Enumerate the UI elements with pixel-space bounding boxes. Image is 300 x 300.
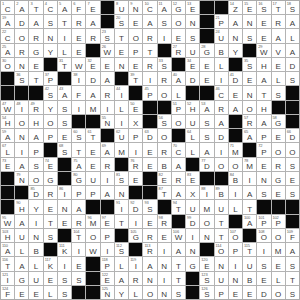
cell-r7c18[interactable]: N (243, 86, 256, 99)
cell-r19c9[interactable]: L (115, 257, 128, 270)
cell-r17c20[interactable]: O (272, 229, 285, 242)
cell-r14c8[interactable]: A (101, 186, 114, 199)
cell-r21c16[interactable]: P (215, 286, 228, 299)
cell-r1c5[interactable]: 5A (58, 1, 71, 14)
cell-r19c16[interactable]: N (215, 257, 228, 270)
cell-r9c14[interactable]: U (186, 115, 199, 128)
cell-r19c18[interactable]: U (243, 257, 256, 270)
cell-r9c3[interactable]: H (29, 115, 42, 128)
cell-r16c11[interactable]: E (143, 215, 156, 228)
cell-r11c20[interactable]: O (272, 143, 285, 156)
cell-r19c8[interactable]: 118P (101, 257, 114, 270)
cell-r18c20[interactable]: M (272, 243, 285, 256)
cell-r15c15[interactable]: M (200, 200, 213, 213)
cell-r5c19[interactable]: H (257, 58, 270, 71)
cell-r12c16[interactable]: O (215, 158, 228, 171)
cell-r2c21[interactable]: A (286, 15, 299, 28)
cell-r6c15[interactable]: E (200, 72, 213, 85)
cell-r9c19[interactable]: A (257, 115, 270, 128)
cell-r12c8[interactable]: R (101, 158, 114, 171)
cell-r19c15[interactable]: 120E (200, 257, 213, 270)
cell-r8c13[interactable]: 51P (172, 101, 185, 114)
cell-r14c16[interactable]: 89B (215, 186, 228, 199)
cell-r2c18[interactable]: N (243, 15, 256, 28)
cell-r20c4[interactable]: E (44, 272, 57, 285)
cell-r17c8[interactable]: P (101, 229, 114, 242)
cell-r3c17[interactable]: N (229, 29, 242, 42)
cell-r5c12[interactable]: 33S (158, 58, 171, 71)
cell-r15c2[interactable]: 90H (15, 200, 28, 213)
cell-r2c2[interactable]: D (15, 15, 28, 28)
cell-r16c3[interactable]: I (29, 215, 42, 228)
cell-r21c5[interactable]: S (58, 286, 71, 299)
cell-r9c5[interactable]: S (58, 115, 71, 128)
cell-r6c20[interactable]: L (272, 72, 285, 85)
cell-r6c7[interactable]: D (86, 72, 99, 85)
cell-r4c2[interactable]: R (15, 44, 28, 57)
cell-r10c20[interactable]: E (272, 129, 285, 142)
cell-r14c21[interactable]: S (286, 186, 299, 199)
cell-r14c15[interactable]: 88I (200, 186, 213, 199)
cell-r19c21[interactable]: S (286, 257, 299, 270)
cell-r5c9[interactable]: N (115, 58, 128, 71)
cell-r9c4[interactable]: O (44, 115, 57, 128)
cell-r19c6[interactable]: E (72, 257, 85, 270)
cell-r20c1[interactable]: 121I (1, 272, 14, 285)
cell-r14c18[interactable]: A (243, 186, 256, 199)
cell-r7c17[interactable]: E (229, 86, 242, 99)
cell-r11c14[interactable]: L (186, 143, 199, 156)
cell-r3c20[interactable]: A (272, 29, 285, 42)
cell-r20c5[interactable]: S (58, 272, 71, 285)
cell-r5c20[interactable]: E (272, 58, 285, 71)
cell-r11c2[interactable]: I (15, 143, 28, 156)
cell-r5c6[interactable]: W (72, 58, 85, 71)
cell-r2c5[interactable]: T (58, 15, 71, 28)
cell-r21c8[interactable]: 125N (101, 286, 114, 299)
cell-r9c12[interactable]: 56S (158, 115, 171, 128)
cell-r2c12[interactable]: S (158, 15, 171, 28)
cell-r10c19[interactable]: P (257, 129, 270, 142)
cell-r14c6[interactable]: P (72, 186, 85, 199)
cell-r19c3[interactable]: L (29, 257, 42, 270)
cell-r10c3[interactable]: A (29, 129, 42, 142)
cell-r12c2[interactable]: A (15, 158, 28, 171)
cell-r9c18[interactable]: 57R (243, 115, 256, 128)
cell-r5c3[interactable]: E (29, 58, 42, 71)
cell-r18c7[interactable]: W (86, 243, 99, 256)
cell-r3c9[interactable]: T (115, 29, 128, 42)
cell-r2c13[interactable]: O (172, 15, 185, 28)
cell-r16c12[interactable]: 98R (158, 215, 171, 228)
cell-r2c9[interactable]: 20S (115, 15, 128, 28)
cell-r16c8[interactable]: 97E (101, 215, 114, 228)
cell-r21c15[interactable]: 126S (200, 286, 213, 299)
cell-r1c11[interactable]: 10C (143, 1, 156, 14)
cell-r20c8[interactable]: 122E (101, 272, 114, 285)
cell-r10c21[interactable]: 66D (286, 129, 299, 142)
cell-r17c10[interactable]: 105G (129, 229, 142, 242)
cell-r3c11[interactable]: R (143, 29, 156, 42)
cell-r13c7[interactable]: U (86, 172, 99, 185)
cell-r3c14[interactable]: S (186, 29, 199, 42)
cell-r10c9[interactable]: 62U (115, 129, 128, 142)
cell-r8c4[interactable]: Y (44, 101, 57, 114)
cell-r4c10[interactable]: P (129, 44, 142, 57)
cell-r13c13[interactable]: R (172, 172, 185, 185)
cell-r17c12[interactable]: E (158, 229, 171, 242)
cell-r8c5[interactable]: S (58, 101, 71, 114)
cell-r1c3[interactable]: 3T (29, 1, 42, 14)
cell-r21c12[interactable]: N (158, 286, 171, 299)
cell-r10c6[interactable]: 60S (72, 129, 85, 142)
cell-r17c19[interactable]: 108O (257, 229, 270, 242)
cell-r14c13[interactable]: A (172, 186, 185, 199)
cell-r12c11[interactable]: E (143, 158, 156, 171)
cell-r2c10[interactable]: E (129, 15, 142, 28)
cell-r6c10[interactable]: 39T (129, 72, 142, 85)
cell-r2c3[interactable]: A (29, 15, 42, 28)
cell-r18c8[interactable]: I (101, 243, 114, 256)
cell-r16c16[interactable]: T (215, 215, 228, 228)
cell-r10c14[interactable]: 64L (186, 129, 199, 142)
cell-r19c2[interactable]: A (15, 257, 28, 270)
cell-r21c18[interactable]: E (243, 286, 256, 299)
cell-r4c8[interactable]: 26W (101, 44, 114, 57)
cell-r13c2[interactable]: 79N (15, 172, 28, 185)
cell-r15c4[interactable]: E (44, 200, 57, 213)
cell-r20c21[interactable]: T (286, 272, 299, 285)
cell-r10c16[interactable]: D (215, 129, 228, 142)
cell-r18c14[interactable]: N (186, 243, 199, 256)
cell-r8c15[interactable]: 53A (200, 101, 213, 114)
cell-r21c3[interactable]: E (29, 286, 42, 299)
cell-r4c17[interactable]: Y (229, 44, 242, 57)
cell-r4c15[interactable]: 28G (200, 44, 213, 57)
cell-r13c17[interactable]: 84B (229, 172, 242, 185)
cell-r3c1[interactable]: 22C (1, 29, 14, 42)
cell-r20c20[interactable]: L (272, 272, 285, 285)
cell-r4c4[interactable]: Y (44, 44, 57, 57)
cell-r16c20[interactable]: 102P (272, 215, 285, 228)
cell-r14c17[interactable]: I (229, 186, 242, 199)
cell-r7c9[interactable]: 44I (115, 86, 128, 99)
cell-r3c2[interactable]: O (15, 29, 28, 42)
cell-r5c15[interactable]: E (200, 58, 213, 71)
cell-r13c3[interactable]: O (29, 172, 42, 185)
cell-r13c18[interactable]: I (243, 172, 256, 185)
cell-r20c16[interactable]: U (215, 272, 228, 285)
cell-r12c18[interactable]: 78M (243, 158, 256, 171)
cell-r18c2[interactable]: L (15, 243, 28, 256)
cell-r11c7[interactable]: E (86, 143, 99, 156)
cell-r4c21[interactable]: A (286, 44, 299, 57)
cell-r14c19[interactable]: S (257, 186, 270, 199)
cell-r21c4[interactable]: L (44, 286, 57, 299)
cell-r1c1[interactable]: 1C (1, 1, 14, 14)
cell-r3c19[interactable]: E (257, 29, 270, 42)
cell-r4c13[interactable]: 27R (172, 44, 185, 57)
cell-r2c6[interactable]: R (72, 15, 85, 28)
cell-r3c5[interactable]: I (58, 29, 71, 42)
cell-r3c16[interactable]: 24U (215, 29, 228, 42)
cell-r15c18[interactable]: T (243, 200, 256, 213)
cell-r11c19[interactable]: 72P (257, 143, 270, 156)
cell-r1c14[interactable]: 13E (186, 1, 199, 14)
cell-r11c3[interactable]: P (29, 143, 42, 156)
cell-r17c7[interactable]: O (86, 229, 99, 242)
cell-r20c13[interactable]: T (172, 272, 185, 285)
cell-r12c4[interactable]: 74E (44, 158, 57, 171)
cell-r7c7[interactable]: A (86, 86, 99, 99)
cell-r6c6[interactable]: 38I (72, 72, 85, 85)
cell-r20c11[interactable]: N (143, 272, 156, 285)
cell-r11c17[interactable]: 71M (229, 143, 242, 156)
cell-r14c5[interactable]: 86I (58, 186, 71, 199)
cell-r1c4[interactable]: 4C (44, 1, 57, 14)
cell-r11c10[interactable]: I (129, 143, 142, 156)
cell-r4c6[interactable]: E (72, 44, 85, 57)
cell-r17c2[interactable]: U (15, 229, 28, 242)
cell-r11c15[interactable]: A (200, 143, 213, 156)
cell-r14c4[interactable]: R (44, 186, 57, 199)
cell-r15c14[interactable]: U (186, 200, 199, 213)
cell-r11c16[interactable]: I (215, 143, 228, 156)
cell-r17c15[interactable]: N (200, 229, 213, 242)
cell-r16c1[interactable]: 95W (1, 215, 14, 228)
cell-r11c1[interactable]: 67L (1, 143, 14, 156)
cell-r18c12[interactable]: I (158, 243, 171, 256)
cell-r19c4[interactable]: 117K (44, 257, 57, 270)
cell-r17c11[interactable]: R (143, 229, 156, 242)
cell-r16c2[interactable]: A (15, 215, 28, 228)
cell-r15c3[interactable]: Y (29, 200, 42, 213)
cell-r19c19[interactable]: S (257, 257, 270, 270)
cell-r8c2[interactable]: 48I (15, 101, 28, 114)
cell-r7c13[interactable]: L (172, 86, 185, 99)
cell-r18c6[interactable]: I (72, 243, 85, 256)
cell-r20c6[interactable]: S (72, 272, 85, 285)
cell-r13c6[interactable]: 80G (72, 172, 85, 185)
cell-r9c13[interactable]: O (172, 115, 185, 128)
cell-r12c6[interactable]: 75A (72, 158, 85, 171)
cell-r18c19[interactable]: I (257, 243, 270, 256)
cell-r21c2[interactable]: E (15, 286, 28, 299)
cell-r7c11[interactable]: 45P (143, 86, 156, 99)
cell-r8c7[interactable]: M (86, 101, 99, 114)
cell-r14c7[interactable]: P (86, 186, 99, 199)
cell-r5c1[interactable]: 30O (1, 58, 14, 71)
cell-r10c1[interactable]: 59A (1, 129, 14, 142)
cell-r18c13[interactable]: A (172, 243, 185, 256)
cell-r15c6[interactable]: A (72, 200, 85, 213)
cell-r13c8[interactable]: I (101, 172, 114, 185)
cell-r19c5[interactable]: I (58, 257, 71, 270)
cell-r12c20[interactable]: R (272, 158, 285, 171)
cell-r16c10[interactable]: I (129, 215, 142, 228)
cell-r8c10[interactable]: 50E (129, 101, 142, 114)
cell-r20c15[interactable]: 123S (200, 272, 213, 285)
cell-r8c17[interactable]: A (229, 101, 242, 114)
cell-r10c11[interactable]: 63D (143, 129, 156, 142)
cell-r6c8[interactable]: A (101, 72, 114, 85)
cell-r8c18[interactable]: O (243, 101, 256, 114)
cell-r21c11[interactable]: O (143, 286, 156, 299)
cell-r19c1[interactable]: 116T (1, 257, 14, 270)
cell-r13c21[interactable]: E (286, 172, 299, 185)
cell-r2c1[interactable]: 19A (1, 15, 14, 28)
cell-r13c9[interactable]: 81S (115, 172, 128, 185)
cell-r21c9[interactable]: Y (115, 286, 128, 299)
cell-r12c17[interactable]: O (229, 158, 242, 171)
cell-r5c21[interactable]: D (286, 58, 299, 71)
cell-r11c5[interactable]: 68S (58, 143, 71, 156)
cell-r1c19[interactable]: 16S (257, 1, 270, 14)
cell-r11c13[interactable]: 70C (172, 143, 185, 156)
cell-r17c17[interactable]: 107O (229, 229, 242, 242)
cell-r4c16[interactable]: B (215, 44, 228, 57)
cell-r5c18[interactable]: 35S (243, 58, 256, 71)
cell-r18c1[interactable]: 110A (1, 243, 14, 256)
cell-r8c1[interactable]: 47W (1, 101, 14, 114)
cell-r20c19[interactable]: E (257, 272, 270, 285)
cell-r6c16[interactable]: I (215, 72, 228, 85)
cell-r9c8[interactable]: 55N (101, 115, 114, 128)
cell-r1c20[interactable]: 17T (272, 1, 285, 14)
cell-r5c8[interactable]: E (101, 58, 114, 71)
cell-r8c9[interactable]: L (115, 101, 128, 114)
cell-r10c2[interactable]: N (15, 129, 28, 142)
cell-r11c11[interactable]: E (143, 143, 156, 156)
cell-r12c19[interactable]: E (257, 158, 270, 171)
cell-r10c7[interactable]: 61T (86, 129, 99, 142)
cell-r2c19[interactable]: E (257, 15, 270, 28)
cell-r17c13[interactable]: 106W (172, 229, 185, 242)
cell-r4c5[interactable]: L (58, 44, 71, 57)
cell-r5c5[interactable]: 31T (58, 58, 71, 71)
cell-r11c6[interactable]: T (72, 143, 85, 156)
cell-r1c17[interactable]: 14Z (229, 1, 242, 14)
cell-r14c14[interactable]: X (186, 186, 199, 199)
cell-r1c10[interactable]: 9N (129, 1, 142, 14)
cell-r9c20[interactable]: 58G (272, 115, 285, 128)
cell-r17c4[interactable]: S (44, 229, 57, 242)
cell-r2c7[interactable]: A (86, 15, 99, 28)
cell-r17c14[interactable]: I (186, 229, 199, 242)
cell-r3c12[interactable]: I (158, 29, 171, 42)
cell-r9c15[interactable]: S (200, 115, 213, 128)
cell-r7c20[interactable]: S (272, 86, 285, 99)
cell-r10c4[interactable]: P (44, 129, 57, 142)
cell-r6c12[interactable]: R (158, 72, 171, 85)
cell-r3c13[interactable]: E (172, 29, 185, 42)
cell-r17c3[interactable]: N (29, 229, 42, 242)
cell-r11c9[interactable]: M (115, 143, 128, 156)
cell-r13c19[interactable]: N (257, 172, 270, 185)
cell-r7c4[interactable]: 42S (44, 86, 57, 99)
cell-r9c9[interactable]: I (115, 115, 128, 128)
cell-r21c20[interactable]: O (272, 286, 285, 299)
cell-r18c3[interactable]: B (29, 243, 42, 256)
cell-r8c19[interactable]: H (257, 101, 270, 114)
cell-r21c17[interactable]: E (229, 286, 242, 299)
cell-r1c12[interactable]: 11A (158, 1, 171, 14)
cell-r20c3[interactable]: U (29, 272, 42, 285)
cell-r19c13[interactable]: T (172, 257, 185, 270)
cell-r1c7[interactable]: 7E (86, 1, 99, 14)
cell-r7c8[interactable]: R (101, 86, 114, 99)
cell-r4c3[interactable]: G (29, 44, 42, 57)
cell-r4c20[interactable]: V (272, 44, 285, 57)
cell-r8c3[interactable]: 49R (29, 101, 42, 114)
cell-r14c3[interactable]: 85D (29, 186, 42, 199)
cell-r13c20[interactable]: G (272, 172, 285, 185)
cell-r6c3[interactable]: T (29, 72, 42, 85)
cell-r10c5[interactable]: E (58, 129, 71, 142)
cell-r6c19[interactable]: A (257, 72, 270, 85)
cell-r3c4[interactable]: N (44, 29, 57, 42)
cell-r18c18[interactable]: 115T (243, 243, 256, 256)
cell-r5c16[interactable]: L (215, 58, 228, 71)
cell-r9c10[interactable]: X (129, 115, 142, 128)
cell-r15c17[interactable]: L (229, 200, 242, 213)
cell-r21c19[interactable]: D (257, 286, 270, 299)
cell-r19c11[interactable]: A (143, 257, 156, 270)
cell-r8c6[interactable]: I (72, 101, 85, 114)
cell-r12c1[interactable]: 73E (1, 158, 14, 171)
cell-r10c10[interactable]: P (129, 129, 142, 142)
cell-r21c13[interactable]: S (172, 286, 185, 299)
cell-r18c16[interactable]: 114O (215, 243, 228, 256)
cell-r15c10[interactable]: 92D (129, 200, 142, 213)
cell-r3c7[interactable]: R (86, 29, 99, 42)
cell-r6c18[interactable]: E (243, 72, 256, 85)
cell-r19c12[interactable]: N (158, 257, 171, 270)
cell-r11c12[interactable]: R (158, 143, 171, 156)
cell-r19c20[interactable]: E (272, 257, 285, 270)
cell-r9c2[interactable]: O (15, 115, 28, 128)
cell-r1c2[interactable]: 2A (15, 1, 28, 14)
cell-r17c21[interactable]: 109F (286, 229, 299, 242)
cell-r7c5[interactable]: 43A (58, 86, 71, 99)
cell-r5c2[interactable]: N (15, 58, 28, 71)
cell-r17c16[interactable]: T (215, 229, 228, 242)
cell-r3c10[interactable]: O (129, 29, 142, 42)
cell-r2c17[interactable]: A (229, 15, 242, 28)
cell-r6c4[interactable]: 37P (44, 72, 57, 85)
cell-r6c17[interactable]: 41D (229, 72, 242, 85)
cell-r1c21[interactable]: 18S (286, 1, 299, 14)
cell-r21c1[interactable]: 124F (1, 286, 14, 299)
cell-r12c15[interactable]: 77D (200, 158, 213, 171)
cell-r16c7[interactable]: 96M (86, 215, 99, 228)
cell-r18c17[interactable]: P (229, 243, 242, 256)
cell-r14c12[interactable]: 87T (158, 186, 171, 199)
cell-r3c18[interactable]: S (243, 29, 256, 42)
cell-r6c2[interactable]: 36S (15, 72, 28, 85)
cell-r19c14[interactable]: G (186, 257, 199, 270)
cell-r2c20[interactable]: R (272, 15, 285, 28)
cell-r7c19[interactable]: T (257, 86, 270, 99)
cell-r1c9[interactable]: 8U (115, 1, 128, 14)
cell-r5c11[interactable]: R (143, 58, 156, 71)
cell-r13c4[interactable]: G (44, 172, 57, 185)
cell-r9c16[interactable]: A (215, 115, 228, 128)
cell-r20c17[interactable]: N (229, 272, 242, 285)
cell-r16c4[interactable]: T (44, 215, 57, 228)
cell-r10c12[interactable]: O (158, 129, 171, 142)
cell-r18c5[interactable]: 111K (58, 243, 71, 256)
